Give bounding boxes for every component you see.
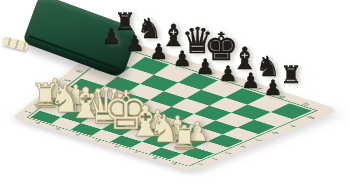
- piece-black-rook-h8[interactable]: ♜: [280, 64, 301, 88]
- piece-black-pawn-h7[interactable]: ♟: [264, 77, 283, 98]
- piece-black-pawn-e7[interactable]: ♟: [196, 56, 215, 77]
- rank-label-4: 4: [228, 141, 257, 151]
- rank-label-2: 2: [200, 154, 227, 163]
- piece-black-pawn-a7[interactable]: ♟: [102, 26, 121, 47]
- piece-black-pawn-d7[interactable]: ♟: [173, 48, 192, 69]
- piece-black-pawn-c7[interactable]: ♟: [149, 41, 168, 62]
- rank-label-5: 5: [243, 134, 273, 144]
- rank-label-1: 1: [187, 160, 213, 169]
- piece-black-pawn-f7[interactable]: ♟: [219, 63, 238, 84]
- rank-label-8: 8: [293, 111, 326, 123]
- rank-label-7: 7: [275, 119, 307, 130]
- rank-label-3: 3: [214, 148, 242, 158]
- piece-white-rook-h1[interactable]: ♜: [170, 121, 200, 154]
- piece-black-pawn-b7[interactable]: ♟: [126, 33, 145, 54]
- product-photo-scene: abcdefgh abcdefgh 87654321 87654321 ♜♞♝♛…: [0, 0, 350, 189]
- rank-label-6: 6: [259, 127, 290, 138]
- piece-black-pawn-g7[interactable]: ♟: [241, 70, 260, 91]
